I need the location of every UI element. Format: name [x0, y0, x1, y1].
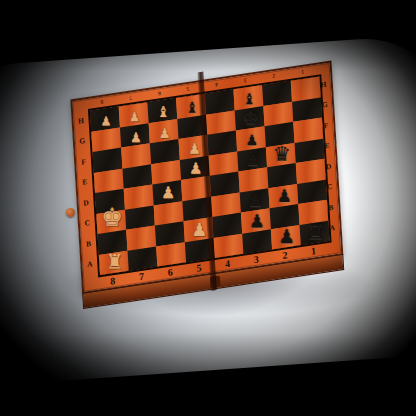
- file-label-left-b: B: [82, 232, 96, 254]
- white-pawn-d6: ♟: [161, 185, 175, 201]
- white-pawn-h7: ♟: [129, 111, 140, 124]
- black-pawn-c2: ♟: [276, 188, 291, 205]
- black-bishop-h5: ♝: [185, 100, 198, 115]
- file-label-left-h: H: [74, 109, 88, 131]
- black-bishop-h3: ♝: [242, 92, 255, 107]
- black-king-g3: ♚: [242, 108, 259, 128]
- file-label-left-d: D: [79, 191, 93, 213]
- file-label-right-d: D: [321, 155, 335, 177]
- file-label-left-g: G: [75, 130, 89, 152]
- white-pawn-g7: ♟: [129, 131, 141, 145]
- black-pawn-e3: ♟: [246, 153, 260, 169]
- board-latch: [66, 208, 75, 217]
- file-label-right-b: B: [324, 196, 338, 218]
- file-label-left-a: A: [83, 253, 97, 275]
- file-label-right-h: H: [316, 73, 330, 95]
- white-pawn-g6: ♟: [158, 127, 170, 141]
- file-label-right-c: C: [323, 176, 337, 198]
- file-label-right-e: E: [320, 135, 334, 157]
- black-pawn-c3: ♟: [248, 192, 263, 209]
- white-pawn-f5: ♟: [188, 142, 201, 157]
- file-label-left-c: C: [80, 212, 94, 234]
- black-rook-a1: ♜: [306, 222, 324, 242]
- board-surface: 87654321 HGFEDCBA HGFEDCBA ♟♟♝♝♝♟♟♚♟♟♟♟♛…: [70, 61, 343, 294]
- white-pawn-h8: ♟: [100, 116, 111, 129]
- file-label-left-e: E: [78, 171, 92, 193]
- black-pawn-f3: ♟: [245, 133, 258, 148]
- black-queen-e2: ♛: [272, 144, 290, 164]
- file-label-left-f: F: [77, 150, 91, 172]
- file-label-right-a: A: [325, 217, 339, 239]
- black-pawn-b3: ♟: [248, 212, 264, 230]
- white-rook-a8: ♜: [105, 252, 123, 272]
- white-bishop-h6: ♝: [156, 105, 169, 120]
- white-pawn-b5: ♟: [191, 220, 207, 238]
- file-label-right-g: G: [318, 94, 332, 116]
- file-label-right-f: F: [319, 114, 333, 136]
- chess-board: 87654321 HGFEDCBA HGFEDCBA ♟♟♝♝♝♟♟♚♟♟♟♟♛…: [70, 60, 348, 312]
- black-pawn-a2: ♟: [278, 227, 295, 246]
- white-pawn-e5: ♟: [188, 161, 202, 177]
- scene: { "game": "chess", "scene": "overhead-an…: [0, 0, 416, 416]
